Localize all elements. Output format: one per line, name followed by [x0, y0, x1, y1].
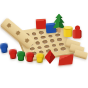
board-hole[interactable] — [53, 48, 58, 51]
board-hole[interactable] — [29, 47, 34, 50]
red-hydrant-peg[interactable] — [73, 26, 82, 39]
yellow-peg[interactable] — [36, 53, 45, 64]
green-peg[interactable] — [17, 51, 25, 61]
board-hole[interactable] — [42, 40, 47, 43]
wooden-peg-game-scene — [0, 0, 88, 88]
board-hole[interactable] — [37, 46, 42, 49]
blue-peg[interactable] — [0, 42, 9, 53]
red-house-block[interactable] — [58, 54, 73, 66]
yellow-cup-cylinder[interactable] — [64, 27, 73, 37]
board-hole[interactable] — [50, 39, 55, 42]
board-hole[interactable] — [35, 41, 40, 44]
board-hole[interactable] — [31, 32, 36, 35]
board-hole[interactable] — [51, 44, 56, 47]
wood-tile-3[interactable] — [74, 49, 88, 58]
board-hole[interactable] — [48, 34, 53, 37]
board-hole[interactable] — [39, 31, 44, 34]
board-hole[interactable] — [44, 45, 49, 48]
board-hole[interactable] — [61, 47, 66, 50]
board-hole[interactable] — [40, 36, 45, 39]
board-hole[interactable] — [57, 38, 62, 41]
board-hole[interactable] — [59, 43, 64, 46]
board-hole[interactable] — [55, 33, 60, 36]
red-peg-right[interactable] — [26, 52, 35, 62]
